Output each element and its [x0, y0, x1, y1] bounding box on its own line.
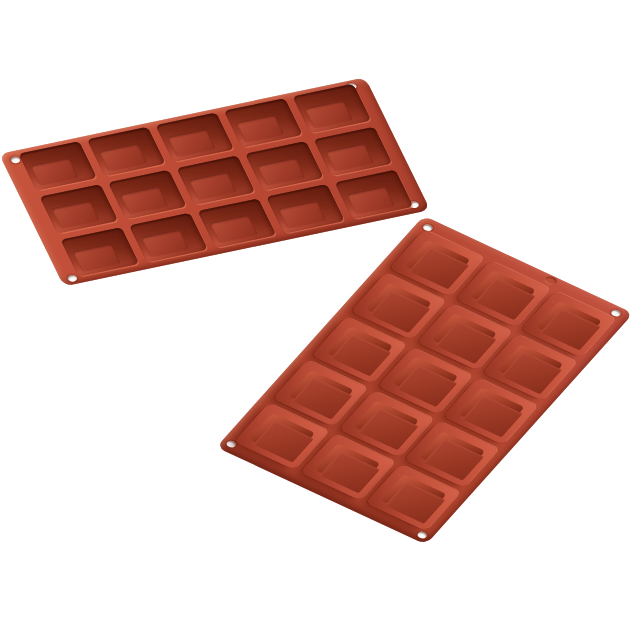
- cavity: [108, 170, 187, 219]
- mold-bump-side-up: [216, 216, 630, 545]
- cavity: [18, 141, 97, 190]
- bump-grid: [216, 216, 630, 545]
- cavity: [39, 184, 118, 233]
- cavity-floor: [304, 100, 353, 129]
- cavity-floor: [209, 214, 258, 243]
- cavity-floor: [236, 114, 285, 143]
- mold-cavity-side-up: [0, 77, 430, 286]
- cavity: [245, 141, 324, 190]
- cavity-floor: [278, 200, 327, 229]
- cavity: [61, 227, 140, 276]
- cavity-floor: [325, 143, 374, 172]
- cavity: [224, 98, 303, 147]
- cavity: [198, 198, 277, 247]
- cavity-floor: [188, 171, 237, 200]
- cavity-floor: [72, 243, 121, 272]
- cavity: [177, 155, 256, 204]
- cavity-floor: [141, 229, 190, 258]
- cavity-floor: [346, 186, 395, 215]
- cavity: [129, 213, 208, 262]
- cavity: [292, 84, 371, 133]
- cavity-floor: [30, 157, 79, 186]
- cavity-grid: [0, 77, 430, 286]
- photo-background: [0, 0, 630, 630]
- cavity-floor: [167, 129, 216, 158]
- cavity: [314, 127, 393, 176]
- cavity-floor: [98, 143, 147, 172]
- cavity: [87, 127, 166, 176]
- cavity: [335, 170, 414, 219]
- cavity-floor: [51, 200, 100, 229]
- cavity: [155, 112, 234, 161]
- cavity: [266, 184, 345, 233]
- cavity-floor: [257, 157, 306, 186]
- cavity-floor: [120, 186, 169, 215]
